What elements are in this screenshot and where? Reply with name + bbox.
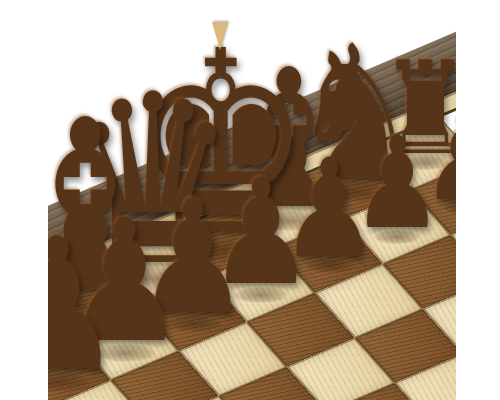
background-mask-left xyxy=(0,0,48,400)
background-mask-right xyxy=(456,0,500,400)
product-photo: ♝♛♚♝♞♜♟♟♟♟♟♟♟ xyxy=(0,0,500,400)
